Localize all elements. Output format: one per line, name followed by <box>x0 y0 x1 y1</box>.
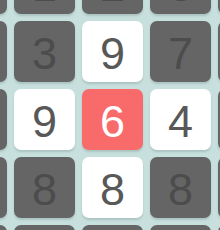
tile-r0c1[interactable]: 1 <box>14 0 75 14</box>
tile-r1c0[interactable] <box>0 21 7 82</box>
selected-tile[interactable]: 6 <box>82 89 143 150</box>
tile-digit: 9 <box>100 31 125 76</box>
tile-r0c2[interactable]: 2 <box>82 0 143 14</box>
tile-r0c3[interactable]: 3 <box>150 0 211 14</box>
tile-digit: 9 <box>32 99 57 144</box>
tile-r2c4[interactable] <box>218 89 220 150</box>
tile-r4c0[interactable] <box>0 225 7 230</box>
tile-digit: 6 <box>100 99 125 144</box>
tile-digit: 3 <box>32 31 57 76</box>
tile-digit: 4 <box>168 99 193 144</box>
tile-digit: 2 <box>100 0 125 8</box>
tile-r3c0[interactable] <box>0 157 7 218</box>
tile-r2c1[interactable]: 9 <box>14 89 75 150</box>
tile-digit: 1 <box>32 0 57 8</box>
tile-r1c4[interactable] <box>218 21 220 82</box>
tile-r3c3[interactable]: 8 <box>150 157 211 218</box>
tile-r2c3[interactable]: 4 <box>150 89 211 150</box>
tile-digit: 3 <box>168 0 193 8</box>
tile-r0c4[interactable] <box>218 0 220 14</box>
tile-r3c4[interactable] <box>218 157 220 218</box>
tile-r1c2[interactable]: 9 <box>82 21 143 82</box>
tile-digit: 8 <box>168 167 193 212</box>
tile-r4c3[interactable] <box>150 225 211 230</box>
tile-r4c1[interactable] <box>14 225 75 230</box>
tile-digit: 8 <box>100 167 125 212</box>
tile-digit: 8 <box>32 167 57 212</box>
tile-r3c2[interactable]: 8 <box>82 157 143 218</box>
tile-r4c2[interactable] <box>82 225 143 230</box>
tile-r4c4[interactable] <box>218 225 220 230</box>
tile-r1c1[interactable]: 3 <box>14 21 75 82</box>
tile-r3c1[interactable]: 8 <box>14 157 75 218</box>
tile-r2c0[interactable] <box>0 89 7 150</box>
tile-r0c0[interactable] <box>0 0 7 14</box>
tile-digit: 7 <box>168 31 193 76</box>
game-screen: 123397964888 <box>0 0 220 230</box>
puzzle-board: 123397964888 <box>0 0 220 230</box>
tile-r1c3[interactable]: 7 <box>150 21 211 82</box>
